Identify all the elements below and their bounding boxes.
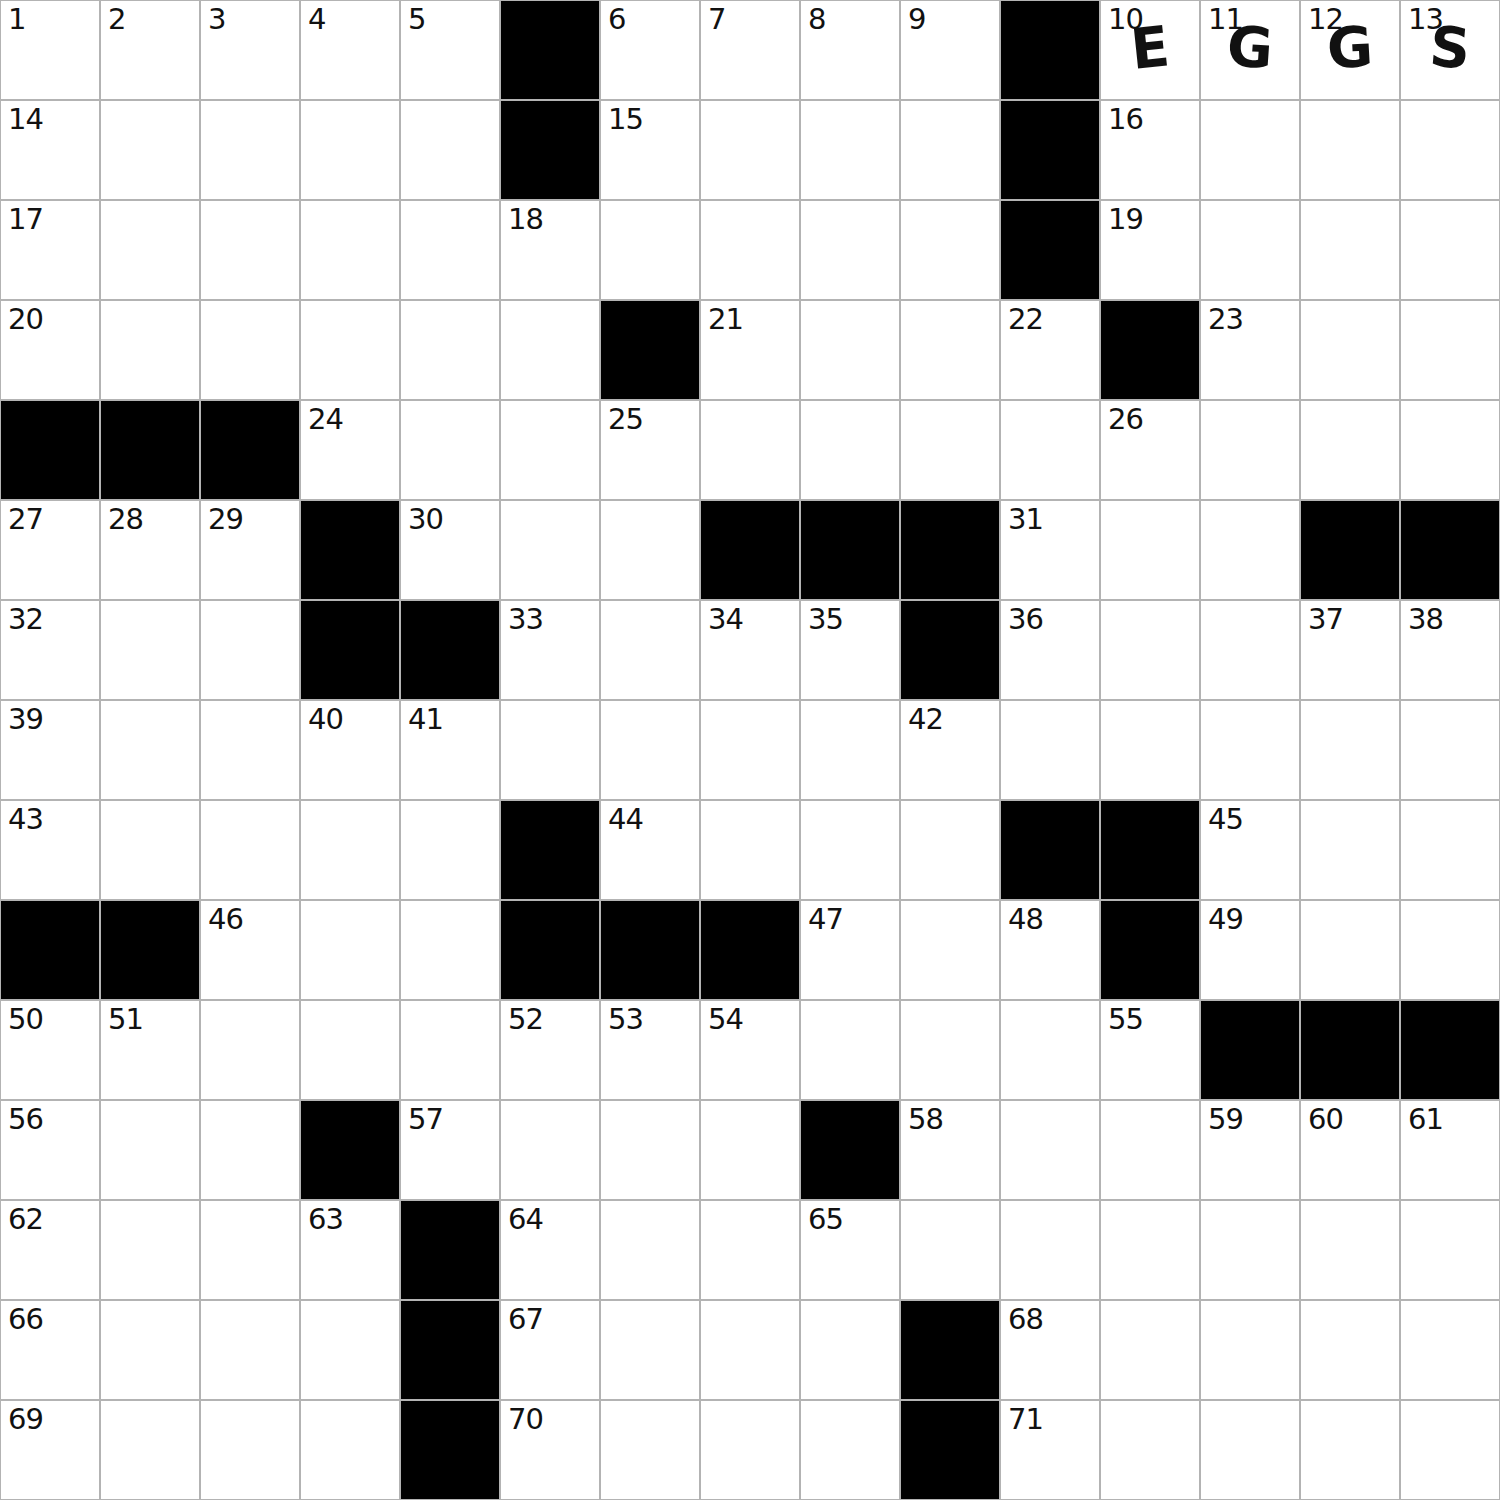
clue-number: 44 (608, 804, 643, 836)
white-cell[interactable] (601, 701, 699, 799)
clue-number: 63 (308, 1204, 343, 1236)
white-cell[interactable] (501, 401, 599, 499)
black-cell (1001, 101, 1099, 199)
clue-number: 49 (1208, 904, 1243, 936)
white-cell[interactable] (301, 1401, 399, 1499)
white-cell[interactable] (901, 801, 999, 899)
clue-number: 29 (208, 504, 243, 536)
white-cell[interactable] (201, 1101, 299, 1199)
white-cell[interactable] (901, 401, 999, 499)
white-cell[interactable]: 3 (201, 1, 299, 99)
white-cell[interactable] (301, 801, 399, 899)
white-cell[interactable] (701, 201, 799, 299)
white-cell[interactable]: 20 (1, 301, 99, 399)
white-cell[interactable]: 47 (801, 901, 899, 999)
white-cell[interactable] (201, 201, 299, 299)
clue-number: 64 (508, 1204, 543, 1236)
white-cell[interactable] (1001, 701, 1099, 799)
clue-number: 4 (308, 4, 325, 36)
white-cell[interactable] (701, 801, 799, 899)
clue-number: 20 (8, 304, 43, 336)
clue-number: 24 (308, 404, 343, 436)
white-cell[interactable]: 21 (701, 301, 799, 399)
clue-number: 67 (508, 1304, 543, 1336)
white-cell[interactable]: 2 (101, 1, 199, 99)
clue-number: 9 (908, 4, 925, 36)
white-cell[interactable]: 14 (1, 101, 99, 199)
clue-number: 2 (108, 4, 125, 36)
clue-number: 46 (208, 904, 243, 936)
white-cell[interactable] (1301, 801, 1399, 899)
clue-number: 35 (808, 604, 843, 636)
white-cell[interactable]: 18 (501, 201, 599, 299)
black-cell (501, 1, 599, 99)
white-cell[interactable] (1201, 1401, 1299, 1499)
white-cell[interactable]: 52 (501, 1001, 599, 1099)
white-cell[interactable]: 17 (1, 201, 99, 299)
filled-letter: G (1299, 0, 1402, 96)
black-cell (1001, 1, 1099, 99)
clue-number: 59 (1208, 1104, 1243, 1136)
black-cell (1101, 801, 1199, 899)
white-cell[interactable] (801, 701, 899, 799)
white-cell[interactable] (701, 1101, 799, 1199)
black-cell (901, 601, 999, 699)
clue-number: 3 (208, 4, 225, 36)
white-cell[interactable] (401, 301, 499, 399)
white-cell[interactable] (301, 901, 399, 999)
clue-number: 25 (608, 404, 643, 436)
white-cell[interactable]: 53 (601, 1001, 699, 1099)
white-cell[interactable]: 36 (1001, 601, 1099, 699)
white-cell[interactable]: 39 (1, 701, 99, 799)
white-cell[interactable]: 54 (701, 1001, 799, 1099)
clue-number: 56 (8, 1104, 43, 1136)
white-cell[interactable] (1101, 701, 1199, 799)
white-cell[interactable] (1401, 301, 1499, 399)
white-cell[interactable]: 10E (1101, 1, 1199, 99)
white-cell[interactable] (401, 401, 499, 499)
white-cell[interactable]: 1 (1, 1, 99, 99)
white-cell[interactable] (201, 701, 299, 799)
clue-number: 22 (1008, 304, 1043, 336)
white-cell[interactable]: 42 (901, 701, 999, 799)
white-cell[interactable] (601, 1301, 699, 1399)
white-cell[interactable] (601, 201, 699, 299)
white-cell[interactable] (1301, 1301, 1399, 1399)
white-cell[interactable]: 43 (1, 801, 99, 899)
white-cell[interactable] (1101, 1401, 1199, 1499)
white-cell[interactable] (901, 201, 999, 299)
white-cell[interactable] (1401, 201, 1499, 299)
white-cell[interactable]: 19 (1101, 201, 1199, 299)
black-cell (1001, 201, 1099, 299)
white-cell[interactable] (201, 1301, 299, 1399)
white-cell[interactable]: 34 (701, 601, 799, 699)
white-cell[interactable]: 35 (801, 601, 899, 699)
white-cell[interactable]: 32 (1, 601, 99, 699)
clue-number: 6 (608, 4, 625, 36)
white-cell[interactable] (1001, 401, 1099, 499)
white-cell[interactable]: 51 (101, 1001, 199, 1099)
white-cell[interactable] (1301, 401, 1399, 499)
white-cell[interactable] (901, 901, 999, 999)
clue-number: 48 (1008, 904, 1043, 936)
white-cell[interactable]: 6 (601, 1, 699, 99)
white-cell[interactable] (1201, 601, 1299, 699)
white-cell[interactable] (901, 301, 999, 399)
white-cell[interactable]: 71 (1001, 1401, 1099, 1499)
white-cell[interactable] (1301, 301, 1399, 399)
white-cell[interactable] (1301, 101, 1399, 199)
white-cell[interactable]: 28 (101, 501, 199, 599)
white-cell[interactable] (1201, 1201, 1299, 1299)
white-cell[interactable]: 70 (501, 1401, 599, 1499)
white-cell[interactable]: 68 (1001, 1301, 1099, 1399)
clue-number: 41 (408, 704, 443, 736)
clue-number: 68 (1008, 1304, 1043, 1336)
black-cell (1101, 901, 1199, 999)
white-cell[interactable] (101, 801, 199, 899)
white-cell[interactable] (1001, 1201, 1099, 1299)
black-cell (1401, 501, 1499, 599)
white-cell[interactable] (1401, 1201, 1499, 1299)
black-cell (101, 401, 199, 499)
white-cell[interactable] (801, 101, 899, 199)
white-cell[interactable] (701, 701, 799, 799)
white-cell[interactable] (1101, 501, 1199, 599)
white-cell[interactable]: 8 (801, 1, 899, 99)
white-cell[interactable]: 41 (401, 701, 499, 799)
white-cell[interactable]: 63 (301, 1201, 399, 1299)
white-cell[interactable] (1401, 901, 1499, 999)
clue-number: 60 (1308, 1104, 1343, 1136)
white-cell[interactable] (401, 901, 499, 999)
white-cell[interactable] (601, 1101, 699, 1199)
white-cell[interactable] (901, 1201, 999, 1299)
clue-number: 47 (808, 904, 843, 936)
clue-number: 58 (908, 1104, 943, 1136)
clue-number: 19 (1108, 204, 1143, 236)
clue-number: 17 (8, 204, 43, 236)
clue-number: 8 (808, 4, 825, 36)
clue-number: 7 (708, 4, 725, 36)
white-cell[interactable] (901, 101, 999, 199)
black-cell (501, 101, 599, 199)
clue-number: 39 (8, 704, 43, 736)
white-cell[interactable] (101, 101, 199, 199)
white-cell[interactable]: 33 (501, 601, 599, 699)
clue-number: 32 (8, 604, 43, 636)
white-cell[interactable] (1101, 1101, 1199, 1199)
white-cell[interactable] (801, 1001, 899, 1099)
clue-number: 21 (708, 304, 743, 336)
white-cell[interactable]: 37 (1301, 601, 1399, 699)
white-cell[interactable] (1201, 501, 1299, 599)
white-cell[interactable]: 40 (301, 701, 399, 799)
white-cell[interactable]: 26 (1101, 401, 1199, 499)
white-cell[interactable] (501, 301, 599, 399)
white-cell[interactable] (101, 1301, 199, 1399)
white-cell[interactable]: 4 (301, 1, 399, 99)
white-cell[interactable]: 65 (801, 1201, 899, 1299)
white-cell[interactable] (701, 1301, 799, 1399)
white-cell[interactable]: 27 (1, 501, 99, 599)
white-cell[interactable] (1201, 1301, 1299, 1399)
black-cell (1101, 301, 1199, 399)
white-cell[interactable]: 31 (1001, 501, 1099, 599)
white-cell[interactable] (801, 1401, 899, 1499)
black-cell (301, 501, 399, 599)
white-cell[interactable] (701, 401, 799, 499)
black-cell (1401, 1001, 1499, 1099)
white-cell[interactable] (601, 601, 699, 699)
white-cell[interactable] (1301, 201, 1399, 299)
white-cell[interactable] (101, 601, 199, 699)
white-cell[interactable]: 23 (1201, 301, 1299, 399)
white-cell[interactable] (201, 1001, 299, 1099)
white-cell[interactable] (501, 501, 599, 599)
white-cell[interactable] (101, 1101, 199, 1199)
white-cell[interactable] (1401, 401, 1499, 499)
clue-number: 16 (1108, 104, 1143, 136)
black-cell (901, 1301, 999, 1399)
black-cell (1, 901, 99, 999)
clue-number: 14 (8, 104, 43, 136)
black-cell (401, 1301, 499, 1399)
white-cell[interactable]: 24 (301, 401, 399, 499)
clue-number: 23 (1208, 304, 1243, 336)
clue-number: 53 (608, 1004, 643, 1036)
black-cell (701, 501, 799, 599)
clue-number: 50 (8, 1004, 43, 1036)
white-cell[interactable] (501, 1101, 599, 1199)
white-cell[interactable] (201, 801, 299, 899)
white-cell[interactable]: 30 (401, 501, 499, 599)
black-cell (901, 1401, 999, 1499)
white-cell[interactable] (101, 201, 199, 299)
white-cell[interactable] (1401, 701, 1499, 799)
clue-number: 40 (308, 704, 343, 736)
white-cell[interactable] (1201, 401, 1299, 499)
clue-number: 45 (1208, 804, 1243, 836)
clue-number: 51 (108, 1004, 143, 1036)
black-cell (801, 501, 899, 599)
black-cell (1, 401, 99, 499)
clue-number: 42 (908, 704, 943, 736)
white-cell[interactable] (1401, 801, 1499, 899)
white-cell[interactable] (1401, 1301, 1499, 1399)
black-cell (901, 501, 999, 599)
white-cell[interactable] (801, 401, 899, 499)
white-cell[interactable]: 67 (501, 1301, 599, 1399)
white-cell[interactable] (1401, 1401, 1499, 1499)
black-cell (301, 601, 399, 699)
black-cell (501, 901, 599, 999)
white-cell[interactable] (701, 1201, 799, 1299)
white-cell[interactable]: 25 (601, 401, 699, 499)
black-cell (401, 1401, 499, 1499)
white-cell[interactable] (601, 1401, 699, 1499)
clue-number: 55 (1108, 1004, 1143, 1036)
white-cell[interactable]: 38 (1401, 601, 1499, 699)
white-cell[interactable]: 13S (1401, 1, 1499, 99)
white-cell[interactable] (401, 801, 499, 899)
white-cell[interactable]: 7 (701, 1, 799, 99)
black-cell (101, 901, 199, 999)
black-cell (601, 301, 699, 399)
black-cell (1201, 1001, 1299, 1099)
white-cell[interactable]: 45 (1201, 801, 1299, 899)
black-cell (1301, 1001, 1399, 1099)
clue-number: 28 (108, 504, 143, 536)
black-cell (501, 801, 599, 899)
black-cell (301, 1101, 399, 1199)
white-cell[interactable]: 48 (1001, 901, 1099, 999)
white-cell[interactable]: 49 (1201, 901, 1299, 999)
clue-number: 38 (1408, 604, 1443, 636)
white-cell[interactable] (901, 1001, 999, 1099)
white-cell[interactable]: 69 (1, 1401, 99, 1499)
white-cell[interactable] (701, 101, 799, 199)
white-cell[interactable]: 62 (1, 1201, 99, 1299)
white-cell[interactable] (1201, 201, 1299, 299)
white-cell[interactable] (1401, 101, 1499, 199)
black-cell (1301, 501, 1399, 599)
clue-number: 31 (1008, 504, 1043, 536)
black-cell (201, 401, 299, 499)
white-cell[interactable] (401, 201, 499, 299)
clue-number: 69 (8, 1404, 43, 1436)
white-cell[interactable]: 50 (1, 1001, 99, 1099)
white-cell[interactable] (1101, 601, 1199, 699)
clue-number: 5 (408, 4, 425, 36)
clue-number: 15 (608, 104, 643, 136)
white-cell[interactable] (401, 1001, 499, 1099)
white-cell[interactable] (601, 1201, 699, 1299)
white-cell[interactable] (301, 101, 399, 199)
white-cell[interactable] (301, 1001, 399, 1099)
black-cell (401, 601, 499, 699)
white-cell[interactable] (801, 301, 899, 399)
white-cell[interactable]: 46 (201, 901, 299, 999)
white-cell[interactable] (101, 1201, 199, 1299)
white-cell[interactable] (801, 1301, 899, 1399)
clue-number: 54 (708, 1004, 743, 1036)
white-cell[interactable]: 66 (1, 1301, 99, 1399)
clue-number: 33 (508, 604, 543, 636)
white-cell[interactable] (301, 201, 399, 299)
black-cell (1001, 801, 1099, 899)
white-cell[interactable] (1301, 901, 1399, 999)
clue-number: 26 (1108, 404, 1143, 436)
clue-number: 62 (8, 1204, 43, 1236)
white-cell[interactable] (201, 1401, 299, 1499)
white-cell[interactable]: 55 (1101, 1001, 1199, 1099)
filled-letter: G (1198, 0, 1302, 96)
clue-number: 52 (508, 1004, 543, 1036)
white-cell[interactable]: 12G (1301, 1, 1399, 99)
white-cell[interactable]: 60 (1301, 1101, 1399, 1199)
clue-number: 36 (1008, 604, 1043, 636)
black-cell (601, 901, 699, 999)
white-cell[interactable] (201, 601, 299, 699)
white-cell[interactable] (601, 501, 699, 599)
white-cell[interactable]: 9 (901, 1, 999, 99)
clue-number: 61 (1408, 1104, 1443, 1136)
black-cell (801, 1101, 899, 1199)
clue-number: 27 (8, 504, 43, 536)
white-cell[interactable] (1301, 1201, 1399, 1299)
white-cell[interactable] (201, 301, 299, 399)
white-cell[interactable] (201, 1201, 299, 1299)
white-cell[interactable]: 5 (401, 1, 499, 99)
clue-number: 34 (708, 604, 743, 636)
clue-number: 70 (508, 1404, 543, 1436)
white-cell[interactable] (401, 101, 499, 199)
white-cell[interactable]: 56 (1, 1101, 99, 1199)
white-cell[interactable]: 16 (1101, 101, 1199, 199)
white-cell[interactable]: 11G (1201, 1, 1299, 99)
white-cell[interactable] (1201, 701, 1299, 799)
crossword-board: 12345678910E11G12G13S1415161718192021222… (0, 0, 1500, 1500)
white-cell[interactable] (1301, 701, 1399, 799)
white-cell[interactable] (701, 1401, 799, 1499)
clue-number: 37 (1308, 604, 1343, 636)
white-cell[interactable] (101, 701, 199, 799)
clue-number: 1 (8, 4, 25, 36)
clue-number: 71 (1008, 1404, 1043, 1436)
white-cell[interactable] (101, 301, 199, 399)
white-cell[interactable] (301, 1301, 399, 1399)
white-cell[interactable]: 22 (1001, 301, 1099, 399)
clue-number: 66 (8, 1304, 43, 1336)
clue-number: 65 (808, 1204, 843, 1236)
filled-letter: E (1096, 0, 1203, 98)
white-cell[interactable] (1301, 1401, 1399, 1499)
white-cell[interactable] (801, 201, 899, 299)
white-cell[interactable] (1101, 1301, 1199, 1399)
white-cell[interactable] (101, 1401, 199, 1499)
white-cell[interactable]: 58 (901, 1101, 999, 1199)
clue-number: 43 (8, 804, 43, 836)
clue-number: 30 (408, 504, 443, 536)
white-cell[interactable]: 57 (401, 1101, 499, 1199)
white-cell[interactable] (1101, 1201, 1199, 1299)
black-cell (701, 901, 799, 999)
white-cell[interactable]: 61 (1401, 1101, 1499, 1199)
white-cell[interactable] (1001, 1101, 1099, 1199)
clue-number: 18 (508, 204, 543, 236)
white-cell[interactable]: 64 (501, 1201, 599, 1299)
white-cell[interactable]: 59 (1201, 1101, 1299, 1199)
white-cell[interactable] (801, 801, 899, 899)
white-cell[interactable] (201, 101, 299, 199)
white-cell[interactable] (1201, 101, 1299, 199)
clue-number: 57 (408, 1104, 443, 1136)
white-cell[interactable] (1001, 1001, 1099, 1099)
black-cell (401, 1201, 499, 1299)
filled-letter: S (1397, 0, 1500, 97)
white-cell[interactable]: 29 (201, 501, 299, 599)
white-cell[interactable] (301, 301, 399, 399)
white-cell[interactable]: 15 (601, 101, 699, 199)
white-cell[interactable]: 44 (601, 801, 699, 899)
white-cell[interactable] (501, 701, 599, 799)
